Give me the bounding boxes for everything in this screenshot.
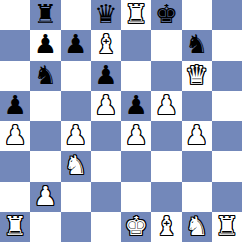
square-c6[interactable] bbox=[61, 61, 91, 91]
piece-white-pawn[interactable]: ♟ bbox=[124, 122, 147, 148]
square-b3[interactable] bbox=[30, 151, 60, 181]
square-c1[interactable] bbox=[61, 212, 91, 242]
piece-white-pawn[interactable]: ♟ bbox=[3, 122, 26, 148]
square-h7[interactable] bbox=[212, 30, 242, 60]
square-a1[interactable]: ♜ bbox=[0, 212, 30, 242]
piece-white-queen[interactable]: ♛ bbox=[185, 62, 208, 88]
piece-white-bishop[interactable]: ♝ bbox=[155, 213, 178, 239]
square-g7[interactable]: ♞ bbox=[182, 30, 212, 60]
square-a2[interactable] bbox=[0, 182, 30, 212]
piece-black-pawn[interactable]: ♟ bbox=[94, 62, 117, 88]
square-b6[interactable]: ♞ bbox=[30, 61, 60, 91]
piece-black-knight[interactable]: ♞ bbox=[185, 31, 208, 57]
square-b2[interactable]: ♟ bbox=[30, 182, 60, 212]
piece-black-pawn[interactable]: ♟ bbox=[34, 31, 57, 57]
square-f7[interactable] bbox=[151, 30, 181, 60]
piece-white-king[interactable]: ♚ bbox=[124, 213, 147, 239]
square-d5[interactable]: ♟ bbox=[91, 91, 121, 121]
piece-white-rook[interactable]: ♜ bbox=[215, 213, 238, 239]
piece-white-rook[interactable]: ♜ bbox=[3, 213, 26, 239]
square-f1[interactable]: ♝ bbox=[151, 212, 181, 242]
square-e7[interactable] bbox=[121, 30, 151, 60]
square-g4[interactable]: ♟ bbox=[182, 121, 212, 151]
piece-white-pawn[interactable]: ♟ bbox=[155, 92, 178, 118]
square-c3[interactable]: ♞ bbox=[61, 151, 91, 181]
square-g3[interactable] bbox=[182, 151, 212, 181]
square-c8[interactable] bbox=[61, 0, 91, 30]
piece-black-king[interactable]: ♚ bbox=[155, 1, 178, 27]
square-a4[interactable]: ♟ bbox=[0, 121, 30, 151]
square-a8[interactable] bbox=[0, 0, 30, 30]
square-g8[interactable] bbox=[182, 0, 212, 30]
square-e8[interactable]: ♜ bbox=[121, 0, 151, 30]
square-e5[interactable]: ♟ bbox=[121, 91, 151, 121]
square-b4[interactable] bbox=[30, 121, 60, 151]
square-h4[interactable] bbox=[212, 121, 242, 151]
square-h2[interactable] bbox=[212, 182, 242, 212]
square-b7[interactable]: ♟ bbox=[30, 30, 60, 60]
square-d1[interactable] bbox=[91, 212, 121, 242]
square-f6[interactable] bbox=[151, 61, 181, 91]
piece-white-pawn[interactable]: ♟ bbox=[34, 183, 57, 209]
square-g2[interactable] bbox=[182, 182, 212, 212]
square-a7[interactable] bbox=[0, 30, 30, 60]
square-d4[interactable] bbox=[91, 121, 121, 151]
square-c2[interactable] bbox=[61, 182, 91, 212]
chess-board: ♜♛♜♚♟♟♝♞♞♟♛♟♟♟♟♟♟♟♟♞♟♜♚♝♞♜ bbox=[0, 0, 242, 242]
square-b5[interactable] bbox=[30, 91, 60, 121]
piece-white-knight[interactable]: ♞ bbox=[64, 152, 87, 178]
piece-white-rook[interactable]: ♜ bbox=[124, 1, 147, 27]
piece-black-pawn[interactable]: ♟ bbox=[3, 92, 26, 118]
square-b1[interactable] bbox=[30, 212, 60, 242]
square-e2[interactable] bbox=[121, 182, 151, 212]
square-e4[interactable]: ♟ bbox=[121, 121, 151, 151]
piece-black-queen[interactable]: ♛ bbox=[94, 1, 117, 27]
piece-white-pawn[interactable]: ♟ bbox=[64, 122, 87, 148]
square-d7[interactable]: ♝ bbox=[91, 30, 121, 60]
piece-black-pawn[interactable]: ♟ bbox=[124, 92, 147, 118]
piece-black-rook[interactable]: ♜ bbox=[34, 1, 57, 27]
piece-white-knight[interactable]: ♞ bbox=[185, 213, 208, 239]
square-c7[interactable]: ♟ bbox=[61, 30, 91, 60]
square-c5[interactable] bbox=[61, 91, 91, 121]
square-b8[interactable]: ♜ bbox=[30, 0, 60, 30]
square-d3[interactable] bbox=[91, 151, 121, 181]
square-h1[interactable]: ♜ bbox=[212, 212, 242, 242]
square-f8[interactable]: ♚ bbox=[151, 0, 181, 30]
square-f4[interactable] bbox=[151, 121, 181, 151]
square-e3[interactable] bbox=[121, 151, 151, 181]
square-f2[interactable] bbox=[151, 182, 181, 212]
square-h3[interactable] bbox=[212, 151, 242, 181]
square-a5[interactable]: ♟ bbox=[0, 91, 30, 121]
piece-white-pawn[interactable]: ♟ bbox=[185, 122, 208, 148]
square-h8[interactable] bbox=[212, 0, 242, 30]
piece-black-knight[interactable]: ♞ bbox=[34, 62, 57, 88]
square-d6[interactable]: ♟ bbox=[91, 61, 121, 91]
square-e1[interactable]: ♚ bbox=[121, 212, 151, 242]
square-f5[interactable]: ♟ bbox=[151, 91, 181, 121]
square-g5[interactable] bbox=[182, 91, 212, 121]
piece-white-pawn[interactable]: ♟ bbox=[94, 92, 117, 118]
square-d8[interactable]: ♛ bbox=[91, 0, 121, 30]
square-d2[interactable] bbox=[91, 182, 121, 212]
piece-white-bishop[interactable]: ♝ bbox=[94, 31, 117, 57]
square-h6[interactable] bbox=[212, 61, 242, 91]
square-h5[interactable] bbox=[212, 91, 242, 121]
piece-black-pawn[interactable]: ♟ bbox=[64, 31, 87, 57]
square-c4[interactable]: ♟ bbox=[61, 121, 91, 151]
square-g6[interactable]: ♛ bbox=[182, 61, 212, 91]
square-e6[interactable] bbox=[121, 61, 151, 91]
square-g1[interactable]: ♞ bbox=[182, 212, 212, 242]
square-f3[interactable] bbox=[151, 151, 181, 181]
square-a3[interactable] bbox=[0, 151, 30, 181]
square-a6[interactable] bbox=[0, 61, 30, 91]
